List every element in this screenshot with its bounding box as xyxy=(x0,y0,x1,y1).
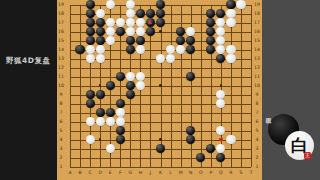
stone-black-C17 xyxy=(86,18,95,27)
stone-black-E7 xyxy=(106,108,115,117)
stone-black-H18 xyxy=(136,9,145,18)
stone-black-Q18 xyxy=(216,9,225,18)
stone-white-Q3 xyxy=(216,144,225,153)
stone-black-P17 xyxy=(206,18,215,27)
stone-black-M15 xyxy=(176,36,185,45)
row-label: 9 xyxy=(57,92,65,97)
stone-black-P3 xyxy=(206,144,215,153)
stone-white-F7 xyxy=(116,108,125,117)
row-label: 8 xyxy=(57,101,65,106)
stone-white-C14 xyxy=(86,45,95,54)
stone-black-J18 xyxy=(146,9,155,18)
row-label: 15 xyxy=(57,38,65,43)
stone-black-G15 xyxy=(126,36,135,45)
star-point xyxy=(159,30,162,33)
row-label: 1 xyxy=(253,164,261,169)
stone-white-F17 xyxy=(116,18,125,27)
stone-white-C13 xyxy=(86,54,95,63)
stone-black-Q2 xyxy=(216,153,225,162)
row-label: 5 xyxy=(253,128,261,133)
star-point xyxy=(220,84,223,87)
row-label: 13 xyxy=(57,56,65,61)
grid-line xyxy=(70,167,251,168)
row-label: 6 xyxy=(253,119,261,124)
stone-black-N5 xyxy=(186,126,195,135)
star-point xyxy=(159,138,162,141)
stone-black-D9 xyxy=(96,90,105,99)
stone-white-G19 xyxy=(126,0,135,9)
stone-white-R4 xyxy=(226,135,235,144)
stone-white-G18 xyxy=(126,9,135,18)
row-label: 13 xyxy=(253,56,261,61)
grid-line xyxy=(201,5,202,167)
stone-black-K19 xyxy=(156,0,165,9)
stone-white-G17 xyxy=(126,18,135,27)
row-label: 4 xyxy=(253,137,261,142)
row-label: 1 xyxy=(57,164,65,169)
stone-black-D7 xyxy=(96,108,105,117)
stone-white-E16 xyxy=(106,27,115,36)
row-label: 17 xyxy=(57,20,65,25)
stone-white-R13 xyxy=(226,54,235,63)
stone-white-L13 xyxy=(166,54,175,63)
stone-black-F5 xyxy=(116,126,125,135)
column-label: P xyxy=(207,170,215,175)
stone-black-D17 xyxy=(96,18,105,27)
column-label: M xyxy=(177,170,185,175)
stone-black-J16 xyxy=(146,27,155,36)
logo-red-seal: 王 xyxy=(304,152,311,159)
stone-white-Q15 xyxy=(216,36,225,45)
stone-black-H15 xyxy=(136,36,145,45)
stone-white-K13 xyxy=(156,54,165,63)
stone-black-N15 xyxy=(186,36,195,45)
stone-black-F4 xyxy=(116,135,125,144)
row-label: 3 xyxy=(253,146,261,151)
stone-white-N16 xyxy=(186,27,195,36)
stone-black-P18 xyxy=(206,9,215,18)
stone-black-P14 xyxy=(206,45,215,54)
stone-black-K18 xyxy=(156,9,165,18)
app-title: 野狐4D复盘 xyxy=(6,56,56,66)
row-label: 11 xyxy=(253,74,261,79)
stone-white-R14 xyxy=(226,45,235,54)
row-label: 15 xyxy=(253,38,261,43)
column-label: C xyxy=(86,170,94,175)
row-label: 16 xyxy=(57,29,65,34)
row-label: 2 xyxy=(253,155,261,160)
stone-white-G11 xyxy=(126,72,135,81)
stone-black-D15 xyxy=(96,36,105,45)
stone-black-M16 xyxy=(176,27,185,36)
stone-white-C4 xyxy=(86,135,95,144)
stone-white-H11 xyxy=(136,72,145,81)
stone-white-Q5 xyxy=(216,126,225,135)
stone-black-G10 xyxy=(126,81,135,90)
column-label: L xyxy=(167,170,175,175)
left-sidebar: 野狐4D复盘 xyxy=(0,0,57,180)
stone-black-C16 xyxy=(86,27,95,36)
grid-line xyxy=(251,5,252,167)
stone-black-Q13 xyxy=(216,54,225,63)
stone-white-H14 xyxy=(136,45,145,54)
stone-black-P16 xyxy=(206,27,215,36)
stone-white-H10 xyxy=(136,81,145,90)
stone-black-K17 xyxy=(156,18,165,27)
stone-white-Q8 xyxy=(216,99,225,108)
stone-white-R17 xyxy=(226,18,235,27)
stone-white-L14 xyxy=(166,45,175,54)
stone-white-E15 xyxy=(106,36,115,45)
column-label: H xyxy=(136,170,144,175)
move-suggestion-marker xyxy=(219,138,222,141)
stone-black-B14 xyxy=(75,45,84,54)
stone-white-E6 xyxy=(106,117,115,126)
stone-white-H16 xyxy=(136,27,145,36)
stone-white-Q9 xyxy=(216,90,225,99)
stone-white-D14 xyxy=(96,45,105,54)
stone-white-D13 xyxy=(96,54,105,63)
row-label: 6 xyxy=(57,119,65,124)
stone-black-G9 xyxy=(126,90,135,99)
column-label: R xyxy=(227,170,235,175)
screen: 野狐4D复盘 191918181717161615151414131312121… xyxy=(0,0,320,180)
row-label: 4 xyxy=(57,137,65,142)
stone-white-E17 xyxy=(106,18,115,27)
row-label: 9 xyxy=(253,92,261,97)
row-label: 14 xyxy=(253,47,261,52)
row-label: 17 xyxy=(253,20,261,25)
stone-white-R18 xyxy=(226,9,235,18)
stone-black-G14 xyxy=(126,45,135,54)
stone-white-G16 xyxy=(126,27,135,36)
row-label: 18 xyxy=(57,11,65,16)
row-label: 2 xyxy=(57,155,65,160)
stone-white-D18 xyxy=(96,9,105,18)
stone-black-O2 xyxy=(196,153,205,162)
stone-black-C8 xyxy=(86,99,95,108)
stone-white-D6 xyxy=(96,117,105,126)
column-label: J xyxy=(146,170,154,175)
stone-black-P15 xyxy=(206,36,215,45)
row-label: 12 xyxy=(57,65,65,70)
column-label: A xyxy=(66,170,74,175)
column-label: O xyxy=(197,170,205,175)
row-label: 8 xyxy=(253,101,261,106)
row-label: 16 xyxy=(253,29,261,34)
stone-black-C19 xyxy=(86,0,95,9)
stone-black-E10 xyxy=(106,81,115,90)
column-label: F xyxy=(116,170,124,175)
row-label: 19 xyxy=(57,2,65,7)
stone-black-C9 xyxy=(86,90,95,99)
logo-black-stone-text: 围棋 xyxy=(266,114,273,136)
right-sidebar: 围棋 白 王 xyxy=(262,0,320,180)
row-label: 14 xyxy=(57,47,65,52)
row-label: 18 xyxy=(253,11,261,16)
stone-white-M14 xyxy=(176,45,185,54)
stone-white-Q16 xyxy=(216,27,225,36)
row-label: 7 xyxy=(253,110,261,115)
stone-white-Q17 xyxy=(216,18,225,27)
stone-black-R19 xyxy=(226,0,235,9)
column-label: Q xyxy=(217,170,225,175)
stone-white-E3 xyxy=(106,144,115,153)
stone-white-E19 xyxy=(106,0,115,9)
column-label: E xyxy=(106,170,114,175)
stone-black-N4 xyxy=(186,135,195,144)
stone-black-C18 xyxy=(86,9,95,18)
stone-white-F6 xyxy=(116,117,125,126)
stone-white-C6 xyxy=(86,117,95,126)
stone-white-S19 xyxy=(236,0,245,9)
app-logo: 围棋 白 王 xyxy=(262,108,320,180)
stone-black-D16 xyxy=(96,27,105,36)
column-label: G xyxy=(126,170,134,175)
column-label: K xyxy=(157,170,165,175)
row-label: 7 xyxy=(57,110,65,115)
column-label: N xyxy=(187,170,195,175)
stone-white-H17 xyxy=(136,18,145,27)
row-label: 12 xyxy=(253,65,261,70)
row-label: 19 xyxy=(253,2,261,7)
star-point xyxy=(159,84,162,87)
column-label: D xyxy=(96,170,104,175)
row-label: 3 xyxy=(57,146,65,151)
stone-black-N11 xyxy=(186,72,195,81)
row-label: 11 xyxy=(57,74,65,79)
stone-black-F16 xyxy=(116,27,125,36)
stone-black-F11 xyxy=(116,72,125,81)
column-label: B xyxy=(76,170,84,175)
column-label: T xyxy=(247,170,255,175)
last-move-marker xyxy=(148,20,152,24)
stone-black-N14 xyxy=(186,45,195,54)
row-label: 10 xyxy=(253,83,261,88)
row-label: 10 xyxy=(57,83,65,88)
go-board[interactable]: 1919181817171616151514141313121211111010… xyxy=(57,0,262,180)
grid-line xyxy=(241,5,242,167)
column-label: S xyxy=(237,170,245,175)
stone-white-Q14 xyxy=(216,45,225,54)
stone-black-C15 xyxy=(86,36,95,45)
stone-black-K3 xyxy=(156,144,165,153)
grid-line xyxy=(171,5,172,167)
stone-black-F8 xyxy=(116,99,125,108)
row-label: 5 xyxy=(57,128,65,133)
